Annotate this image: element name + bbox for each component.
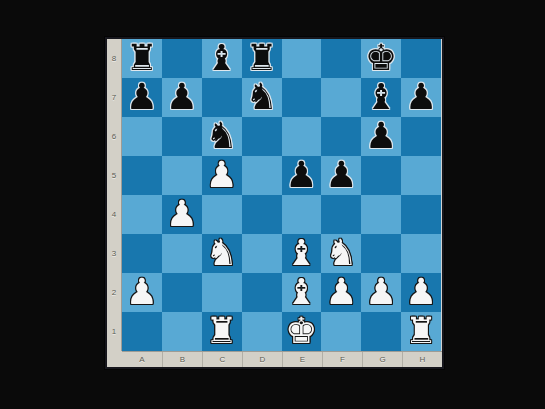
square-d5[interactable]	[242, 156, 282, 195]
square-g8[interactable]: ♚	[361, 39, 401, 78]
square-c8[interactable]: ♝	[202, 39, 242, 78]
square-e2[interactable]: ♝	[282, 273, 322, 312]
board-corner	[107, 351, 122, 367]
piece-white-bishop[interactable]: ♝	[285, 274, 317, 310]
piece-black-pawn[interactable]: ♟	[126, 79, 158, 115]
square-d3[interactable]	[242, 234, 282, 273]
square-d7[interactable]: ♞	[242, 78, 282, 117]
file-labels: ABCDEFGH	[122, 351, 442, 367]
square-f8[interactable]	[321, 39, 361, 78]
square-b1[interactable]	[162, 312, 202, 351]
piece-white-rook[interactable]: ♜	[206, 313, 238, 349]
square-f4[interactable]	[321, 195, 361, 234]
piece-white-bishop[interactable]: ♝	[285, 235, 317, 271]
piece-black-pawn[interactable]: ♟	[405, 79, 437, 115]
square-e4[interactable]	[282, 195, 322, 234]
piece-black-pawn[interactable]: ♟	[325, 157, 357, 193]
rank-label-1: 1	[107, 312, 121, 351]
square-b4[interactable]: ♟	[162, 195, 202, 234]
square-c5[interactable]: ♟	[202, 156, 242, 195]
file-label-b: B	[162, 352, 202, 367]
square-b2[interactable]	[162, 273, 202, 312]
square-b5[interactable]	[162, 156, 202, 195]
piece-black-knight[interactable]: ♞	[206, 118, 238, 154]
square-g2[interactable]: ♟	[361, 273, 401, 312]
video-frame: 87654321 ♜♝♜♚♟♟♞♝♟♞♟♟♟♟♟♞♝♞♟♝♟♟♟♜♚♜ ABCD…	[0, 0, 545, 409]
piece-white-rook[interactable]: ♜	[405, 313, 437, 349]
square-d2[interactable]	[242, 273, 282, 312]
square-c1[interactable]: ♜	[202, 312, 242, 351]
piece-black-rook[interactable]: ♜	[245, 40, 277, 76]
piece-white-pawn[interactable]: ♟	[126, 274, 158, 310]
square-g1[interactable]	[361, 312, 401, 351]
square-b7[interactable]: ♟	[162, 78, 202, 117]
rank-label-6: 6	[107, 117, 121, 156]
piece-white-pawn[interactable]: ♟	[166, 196, 198, 232]
square-f6[interactable]	[321, 117, 361, 156]
square-f2[interactable]: ♟	[321, 273, 361, 312]
file-label-d: D	[242, 352, 282, 367]
square-e3[interactable]: ♝	[282, 234, 322, 273]
square-c6[interactable]: ♞	[202, 117, 242, 156]
square-h6[interactable]	[401, 117, 441, 156]
square-f5[interactable]: ♟	[321, 156, 361, 195]
square-c3[interactable]: ♞	[202, 234, 242, 273]
square-h8[interactable]	[401, 39, 441, 78]
piece-black-king[interactable]: ♚	[365, 40, 397, 76]
square-c4[interactable]	[202, 195, 242, 234]
rank-labels: 87654321	[107, 39, 122, 351]
rank-label-7: 7	[107, 78, 121, 117]
square-h1[interactable]: ♜	[401, 312, 441, 351]
square-c2[interactable]	[202, 273, 242, 312]
square-b6[interactable]	[162, 117, 202, 156]
piece-white-king[interactable]: ♚	[285, 313, 317, 349]
square-e5[interactable]: ♟	[282, 156, 322, 195]
square-a2[interactable]: ♟	[122, 273, 162, 312]
piece-white-pawn[interactable]: ♟	[365, 274, 397, 310]
square-g4[interactable]	[361, 195, 401, 234]
chessboard: 87654321 ♜♝♜♚♟♟♞♝♟♞♟♟♟♟♟♞♝♞♟♝♟♟♟♜♚♜ ABCD…	[105, 37, 444, 369]
square-e1[interactable]: ♚	[282, 312, 322, 351]
rank-label-2: 2	[107, 273, 121, 312]
square-h5[interactable]	[401, 156, 441, 195]
piece-black-bishop[interactable]: ♝	[206, 40, 238, 76]
square-a1[interactable]	[122, 312, 162, 351]
square-h7[interactable]: ♟	[401, 78, 441, 117]
rank-label-3: 3	[107, 234, 121, 273]
square-c7[interactable]	[202, 78, 242, 117]
piece-black-rook[interactable]: ♜	[126, 40, 158, 76]
square-f1[interactable]	[321, 312, 361, 351]
square-g3[interactable]	[361, 234, 401, 273]
square-a6[interactable]	[122, 117, 162, 156]
square-f3[interactable]: ♞	[321, 234, 361, 273]
piece-white-pawn[interactable]: ♟	[206, 157, 238, 193]
square-d4[interactable]	[242, 195, 282, 234]
square-d8[interactable]: ♜	[242, 39, 282, 78]
square-e8[interactable]	[282, 39, 322, 78]
file-label-e: E	[282, 352, 322, 367]
square-e6[interactable]	[282, 117, 322, 156]
square-g7[interactable]: ♝	[361, 78, 401, 117]
board-grid: ♜♝♜♚♟♟♞♝♟♞♟♟♟♟♟♞♝♞♟♝♟♟♟♜♚♜	[122, 39, 442, 351]
piece-black-pawn[interactable]: ♟	[285, 157, 317, 193]
square-a5[interactable]	[122, 156, 162, 195]
piece-white-pawn[interactable]: ♟	[325, 274, 357, 310]
square-a3[interactable]	[122, 234, 162, 273]
square-b3[interactable]	[162, 234, 202, 273]
file-label-c: C	[202, 352, 242, 367]
piece-black-bishop[interactable]: ♝	[365, 79, 397, 115]
square-h3[interactable]	[401, 234, 441, 273]
piece-white-knight[interactable]: ♞	[206, 235, 238, 271]
square-g5[interactable]	[361, 156, 401, 195]
square-d6[interactable]	[242, 117, 282, 156]
piece-black-knight[interactable]: ♞	[245, 79, 277, 115]
square-a7[interactable]: ♟	[122, 78, 162, 117]
rank-label-4: 4	[107, 195, 121, 234]
file-label-f: F	[322, 352, 362, 367]
piece-white-knight[interactable]: ♞	[325, 235, 357, 271]
piece-black-pawn[interactable]: ♟	[365, 118, 397, 154]
square-a4[interactable]	[122, 195, 162, 234]
square-g6[interactable]: ♟	[361, 117, 401, 156]
square-h4[interactable]	[401, 195, 441, 234]
square-h2[interactable]: ♟	[401, 273, 441, 312]
piece-black-pawn[interactable]: ♟	[166, 79, 198, 115]
file-label-h: H	[402, 352, 442, 367]
square-b8[interactable]	[162, 39, 202, 78]
rank-label-8: 8	[107, 39, 121, 78]
square-d1[interactable]	[242, 312, 282, 351]
square-a8[interactable]: ♜	[122, 39, 162, 78]
square-e7[interactable]	[282, 78, 322, 117]
square-f7[interactable]	[321, 78, 361, 117]
piece-white-pawn[interactable]: ♟	[405, 274, 437, 310]
file-label-a: A	[122, 352, 162, 367]
rank-label-5: 5	[107, 156, 121, 195]
file-label-g: G	[362, 352, 402, 367]
